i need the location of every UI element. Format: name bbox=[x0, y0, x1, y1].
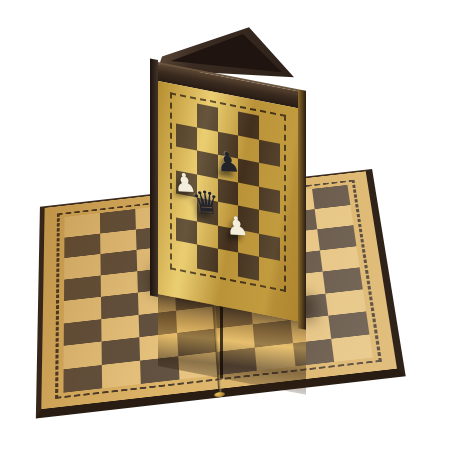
case-right-edge bbox=[298, 89, 306, 330]
upright-board-face bbox=[158, 81, 298, 321]
flat-board-square bbox=[331, 334, 373, 362]
flat-board-square bbox=[102, 360, 141, 388]
upright-chess-case: ♟♟♛♟ bbox=[158, 62, 298, 321]
fold-line-reflection bbox=[220, 306, 223, 379]
upright-board-square bbox=[218, 249, 239, 277]
upright-board-square bbox=[197, 245, 218, 273]
upright-board-square bbox=[176, 241, 197, 269]
case-left-edge bbox=[150, 58, 158, 296]
flat-board-clasp bbox=[214, 392, 225, 398]
upright-board-square bbox=[238, 253, 259, 281]
upright-board-grid bbox=[176, 99, 280, 284]
upright-board-square bbox=[259, 257, 280, 285]
upright-board-dotted-border bbox=[170, 92, 286, 292]
product-photo-scene: ♟♟♛♟ bbox=[0, 0, 450, 450]
flat-board-square bbox=[63, 365, 102, 393]
